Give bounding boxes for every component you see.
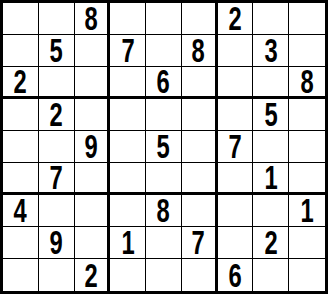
cell-r5c7[interactable]: 7 — [218, 131, 254, 163]
given-digit: 4 — [14, 195, 27, 227]
cell-r7c4[interactable] — [110, 195, 146, 227]
given-digit: 3 — [264, 35, 277, 67]
cell-r1c9[interactable] — [289, 3, 325, 35]
cell-r4c2[interactable]: 2 — [39, 99, 75, 131]
cell-r8c1[interactable] — [3, 227, 39, 259]
cell-r5c3[interactable]: 9 — [75, 131, 111, 163]
cell-r9c7[interactable]: 6 — [218, 259, 254, 291]
cell-r4c1[interactable] — [3, 99, 39, 131]
cell-r7c3[interactable] — [75, 195, 111, 227]
cell-r5c5[interactable]: 5 — [146, 131, 182, 163]
given-digit: 7 — [121, 35, 134, 67]
given-digit: 5 — [157, 131, 170, 163]
cell-r1c8[interactable] — [253, 3, 289, 35]
cell-r1c1[interactable] — [3, 3, 39, 35]
cell-r2c8[interactable]: 3 — [253, 35, 289, 67]
cell-r9c9[interactable] — [289, 259, 325, 291]
cell-r9c5[interactable] — [146, 259, 182, 291]
given-digit: 8 — [157, 195, 170, 227]
given-digit: 9 — [84, 131, 97, 163]
cell-r4c7[interactable] — [218, 99, 254, 131]
given-digit: 5 — [264, 99, 277, 131]
given-digit: 6 — [157, 67, 170, 98]
cell-r1c4[interactable] — [110, 3, 146, 35]
cell-r9c6[interactable] — [182, 259, 218, 291]
given-digit: 7 — [192, 227, 205, 259]
cell-r7c5[interactable]: 8 — [146, 195, 182, 227]
cell-r2c3[interactable] — [75, 35, 111, 67]
cell-r6c7[interactable] — [218, 163, 254, 195]
cell-r5c4[interactable] — [110, 131, 146, 163]
cell-r2c1[interactable] — [3, 35, 39, 67]
cell-r1c5[interactable] — [146, 3, 182, 35]
cell-r1c7[interactable]: 2 — [218, 3, 254, 35]
given-digit: 8 — [300, 67, 313, 98]
cell-r2c2[interactable]: 5 — [39, 35, 75, 67]
cell-r9c2[interactable] — [39, 259, 75, 291]
cell-r8c6[interactable]: 7 — [182, 227, 218, 259]
cell-r5c2[interactable] — [39, 131, 75, 163]
cell-r4c5[interactable] — [146, 99, 182, 131]
sudoku-board: 8257832682595771481917226 — [0, 0, 328, 294]
given-digit: 5 — [50, 35, 63, 67]
cell-r4c8[interactable]: 5 — [253, 99, 289, 131]
cell-r4c6[interactable] — [182, 99, 218, 131]
cell-r7c9[interactable]: 1 — [289, 195, 325, 227]
cell-r4c4[interactable] — [110, 99, 146, 131]
cell-r7c8[interactable] — [253, 195, 289, 227]
cell-r9c4[interactable] — [110, 259, 146, 291]
cell-r8c5[interactable] — [146, 227, 182, 259]
cell-r3c2[interactable] — [39, 67, 75, 99]
cell-r3c6[interactable] — [182, 67, 218, 99]
cell-r7c6[interactable] — [182, 195, 218, 227]
cell-r2c6[interactable]: 8 — [182, 35, 218, 67]
cell-r6c1[interactable] — [3, 163, 39, 195]
cell-r5c6[interactable] — [182, 131, 218, 163]
cell-r6c8[interactable]: 1 — [253, 163, 289, 195]
cell-r3c3[interactable] — [75, 67, 111, 99]
given-digit: 8 — [84, 3, 97, 35]
cell-r6c6[interactable] — [182, 163, 218, 195]
cell-r9c3[interactable]: 2 — [75, 259, 111, 291]
given-digit: 8 — [192, 35, 205, 67]
cell-r3c5[interactable]: 6 — [146, 67, 182, 99]
cell-r8c3[interactable] — [75, 227, 111, 259]
cell-r7c7[interactable] — [218, 195, 254, 227]
cell-r3c9[interactable]: 8 — [289, 67, 325, 99]
given-digit: 2 — [84, 259, 97, 291]
cell-r8c7[interactable] — [218, 227, 254, 259]
given-digit: 1 — [121, 227, 134, 259]
given-digit: 9 — [50, 227, 63, 259]
given-digit: 2 — [50, 99, 63, 131]
given-digit: 2 — [14, 67, 27, 98]
cell-r8c2[interactable]: 9 — [39, 227, 75, 259]
cell-r2c9[interactable] — [289, 35, 325, 67]
given-digit: 1 — [300, 195, 313, 227]
cell-r6c4[interactable] — [110, 163, 146, 195]
given-digit: 2 — [228, 3, 241, 35]
cell-r1c3[interactable]: 8 — [75, 3, 111, 35]
cell-r3c8[interactable] — [253, 67, 289, 99]
cell-r2c7[interactable] — [218, 35, 254, 67]
cell-r5c1[interactable] — [3, 131, 39, 163]
cell-r6c3[interactable] — [75, 163, 111, 195]
cell-r3c1[interactable]: 2 — [3, 67, 39, 99]
cell-r5c9[interactable] — [289, 131, 325, 163]
cell-r3c4[interactable] — [110, 67, 146, 99]
given-digit: 7 — [50, 163, 63, 194]
cell-r6c5[interactable] — [146, 163, 182, 195]
cell-r6c2[interactable]: 7 — [39, 163, 75, 195]
given-digit: 6 — [228, 259, 241, 291]
cell-r8c9[interactable] — [289, 227, 325, 259]
given-digit: 7 — [228, 131, 241, 163]
cell-r6c9[interactable] — [289, 163, 325, 195]
cell-r9c8[interactable] — [253, 259, 289, 291]
cell-r8c4[interactable]: 1 — [110, 227, 146, 259]
cell-r7c2[interactable] — [39, 195, 75, 227]
cell-r9c1[interactable] — [3, 259, 39, 291]
cell-r7c1[interactable]: 4 — [3, 195, 39, 227]
cell-r5c8[interactable] — [253, 131, 289, 163]
cell-r3c7[interactable] — [218, 67, 254, 99]
cell-r8c8[interactable]: 2 — [253, 227, 289, 259]
cell-r1c6[interactable] — [182, 3, 218, 35]
cell-r4c9[interactable] — [289, 99, 325, 131]
cell-r2c4[interactable]: 7 — [110, 35, 146, 67]
cell-r1c2[interactable] — [39, 3, 75, 35]
given-digit: 2 — [264, 227, 277, 259]
given-digit: 1 — [264, 163, 277, 194]
cell-r2c5[interactable] — [146, 35, 182, 67]
cell-r4c3[interactable] — [75, 99, 111, 131]
